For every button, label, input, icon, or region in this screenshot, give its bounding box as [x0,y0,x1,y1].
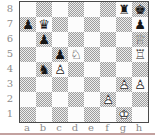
piece-white-pawn-h3: ♙ [132,77,148,92]
square-b6: ♟ [36,32,52,47]
square-d7 [68,17,84,32]
square-d2 [68,92,84,107]
piece-black-king-h8: ♚ [132,2,148,17]
square-a5 [20,47,36,62]
square-d3 [68,77,84,92]
square-e2 [84,92,100,107]
square-a4 [20,62,36,77]
rank-label-2: 2 [0,91,16,106]
square-d8 [68,2,84,17]
piece-fill: ♛ [132,32,148,47]
rank-labels: 87654321 [0,1,16,121]
piece-fill: ♟ [52,62,68,77]
chess-diagram-page: 87654321 ♜♚♟♛♟♟♛♕♟♞♘♜♖♞♟♙♟♙♟♙♟♙♚♔ abcdef… [0,0,155,136]
square-d5: ♞♘ [68,47,84,62]
square-f5 [100,47,116,62]
rank-label-1: 1 [0,106,16,121]
square-a8 [20,2,36,17]
piece-white-rook-h5: ♖ [132,47,148,62]
square-f1 [100,107,116,122]
square-g2 [116,92,132,107]
square-h4 [132,62,148,77]
square-c8 [52,2,68,17]
square-g4 [116,62,132,77]
piece-fill: ♚ [116,107,132,122]
square-h1 [132,107,148,122]
piece-black-rook-g8: ♜ [116,2,132,17]
square-c2 [52,92,68,107]
piece-black-pawn-c5: ♟ [52,47,68,62]
square-e5 [84,47,100,62]
square-b4: ♞ [36,62,52,77]
piece-white-pawn-f2: ♙ [100,92,116,107]
page-rule-line [0,133,155,135]
rank-label-3: 3 [0,76,16,91]
piece-white-pawn-g3: ♙ [116,77,132,92]
piece-white-king-g1: ♔ [116,107,132,122]
square-b1 [36,107,52,122]
piece-black-knight-b4: ♞ [36,62,52,77]
piece-fill: ♟ [116,77,132,92]
square-d1 [68,107,84,122]
square-b3 [36,77,52,92]
square-b5 [36,47,52,62]
square-g8: ♜ [116,2,132,17]
piece-black-pawn-h7: ♟ [132,17,148,32]
square-e3 [84,77,100,92]
piece-fill: ♞ [68,47,84,62]
square-f4 [100,62,116,77]
square-h8: ♚ [132,2,148,17]
square-b2 [36,92,52,107]
square-f7 [100,17,116,32]
square-e8 [84,2,100,17]
piece-fill: ♜ [132,47,148,62]
square-c7 [52,17,68,32]
square-h2 [132,92,148,107]
square-g1: ♚♔ [116,107,132,122]
square-c5: ♟ [52,47,68,62]
square-h6: ♛♕ [132,32,148,47]
square-f3 [100,77,116,92]
rank-label-8: 8 [0,1,16,16]
square-b7: ♛ [36,17,52,32]
square-d4 [68,62,84,77]
square-e7 [84,17,100,32]
square-c3 [52,77,68,92]
square-f8 [100,2,116,17]
chess-board: ♜♚♟♛♟♟♛♕♟♞♘♜♖♞♟♙♟♙♟♙♟♙♚♔ [19,1,149,123]
square-a3 [20,77,36,92]
square-e4 [84,62,100,77]
rank-label-6: 6 [0,31,16,46]
square-h7: ♟ [132,17,148,32]
rank-label-4: 4 [0,61,16,76]
square-c1 [52,107,68,122]
square-a1 [20,107,36,122]
square-a6 [20,32,36,47]
square-h3: ♟♙ [132,77,148,92]
square-d6 [68,32,84,47]
square-g5 [116,47,132,62]
piece-white-queen-h6: ♕ [132,32,148,47]
square-g7 [116,17,132,32]
square-c4: ♟♙ [52,62,68,77]
square-f6 [100,32,116,47]
square-e1 [84,107,100,122]
piece-black-pawn-a7: ♟ [20,17,36,32]
square-f2: ♟♙ [100,92,116,107]
square-b8 [36,2,52,17]
square-c6 [52,32,68,47]
piece-black-pawn-b6: ♟ [36,32,52,47]
square-g3: ♟♙ [116,77,132,92]
square-g6 [116,32,132,47]
square-a2 [20,92,36,107]
square-e6 [84,32,100,47]
piece-fill: ♟ [100,92,116,107]
piece-fill: ♟ [132,77,148,92]
piece-black-queen-b7: ♛ [36,17,52,32]
square-a7: ♟ [20,17,36,32]
rank-label-7: 7 [0,16,16,31]
piece-white-knight-d5: ♘ [68,47,84,62]
square-h5: ♜♖ [132,47,148,62]
piece-white-pawn-c4: ♙ [52,62,68,77]
rank-label-5: 5 [0,46,16,61]
